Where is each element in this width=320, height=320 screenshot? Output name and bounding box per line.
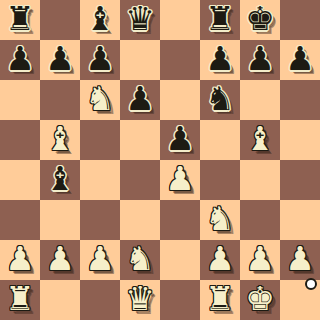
square-b2[interactable]: ♟ (40, 240, 80, 280)
square-b4[interactable]: ♝ (40, 160, 80, 200)
black-pawn-piece[interactable]: ♟ (205, 39, 235, 79)
square-e3[interactable] (160, 200, 200, 240)
square-c6[interactable]: ♞ (80, 80, 120, 120)
square-f3[interactable]: ♞ (200, 200, 240, 240)
square-f7[interactable]: ♟ (200, 40, 240, 80)
square-a2[interactable]: ♟ (0, 240, 40, 280)
white-bishop-piece[interactable]: ♝ (45, 119, 75, 159)
square-d4[interactable] (120, 160, 160, 200)
black-king-piece[interactable]: ♚ (245, 0, 275, 39)
square-g2[interactable]: ♟ (240, 240, 280, 280)
square-c5[interactable] (80, 120, 120, 160)
white-rook-piece[interactable]: ♜ (205, 279, 235, 319)
square-b5[interactable]: ♝ (40, 120, 80, 160)
white-rook-piece[interactable]: ♜ (5, 279, 35, 319)
white-king-piece[interactable]: ♚ (245, 279, 275, 319)
square-f6[interactable]: ♞ (200, 80, 240, 120)
square-g7[interactable]: ♟ (240, 40, 280, 80)
square-f1[interactable]: ♜ (200, 280, 240, 320)
square-d2[interactable]: ♞ (120, 240, 160, 280)
square-g3[interactable] (240, 200, 280, 240)
white-pawn-piece[interactable]: ♟ (5, 239, 35, 279)
white-knight-piece[interactable]: ♞ (205, 199, 235, 239)
black-bishop-piece[interactable]: ♝ (85, 0, 115, 39)
square-e8[interactable] (160, 0, 200, 40)
square-d3[interactable] (120, 200, 160, 240)
white-knight-piece[interactable]: ♞ (125, 239, 155, 279)
square-b6[interactable] (40, 80, 80, 120)
square-c3[interactable] (80, 200, 120, 240)
black-knight-piece[interactable]: ♞ (205, 79, 235, 119)
square-b8[interactable] (40, 0, 80, 40)
square-f5[interactable] (200, 120, 240, 160)
square-g8[interactable]: ♚ (240, 0, 280, 40)
square-g4[interactable] (240, 160, 280, 200)
square-d6[interactable]: ♟ (120, 80, 160, 120)
square-g6[interactable] (240, 80, 280, 120)
square-h4[interactable] (280, 160, 320, 200)
white-pawn-piece[interactable]: ♟ (45, 239, 75, 279)
square-a5[interactable] (0, 120, 40, 160)
square-f4[interactable] (200, 160, 240, 200)
square-b1[interactable] (40, 280, 80, 320)
black-pawn-piece[interactable]: ♟ (45, 39, 75, 79)
black-pawn-piece[interactable]: ♟ (5, 39, 35, 79)
white-pawn-piece[interactable]: ♟ (205, 239, 235, 279)
square-h2[interactable]: ♟ (280, 240, 320, 280)
square-c1[interactable] (80, 280, 120, 320)
black-queen-piece[interactable]: ♛ (125, 0, 155, 39)
black-pawn-piece[interactable]: ♟ (285, 39, 315, 79)
chess-app: ♜♝♛♜♚♟♟♟♟♟♟♞♟♞♝♟♝♝♟♞♟♟♟♞♟♟♟♜♛♜♚ (0, 0, 320, 320)
white-pawn-piece[interactable]: ♟ (165, 159, 195, 199)
square-g1[interactable]: ♚ (240, 280, 280, 320)
black-pawn-piece[interactable]: ♟ (85, 39, 115, 79)
square-e1[interactable] (160, 280, 200, 320)
side-to-move-indicator (305, 278, 317, 290)
square-a6[interactable] (0, 80, 40, 120)
square-a8[interactable]: ♜ (0, 0, 40, 40)
chess-board: ♜♝♛♜♚♟♟♟♟♟♟♞♟♞♝♟♝♝♟♞♟♟♟♞♟♟♟♜♛♜♚ (0, 0, 320, 320)
square-b3[interactable] (40, 200, 80, 240)
black-pawn-piece[interactable]: ♟ (125, 79, 155, 119)
square-f2[interactable]: ♟ (200, 240, 240, 280)
black-rook-piece[interactable]: ♜ (205, 0, 235, 39)
square-g5[interactable]: ♝ (240, 120, 280, 160)
white-knight-piece[interactable]: ♞ (85, 79, 115, 119)
white-pawn-piece[interactable]: ♟ (85, 239, 115, 279)
black-pawn-piece[interactable]: ♟ (165, 119, 195, 159)
white-queen-piece[interactable]: ♛ (125, 279, 155, 319)
square-a1[interactable]: ♜ (0, 280, 40, 320)
square-h3[interactable] (280, 200, 320, 240)
square-d1[interactable]: ♛ (120, 280, 160, 320)
square-e2[interactable] (160, 240, 200, 280)
white-pawn-piece[interactable]: ♟ (245, 239, 275, 279)
square-e7[interactable] (160, 40, 200, 80)
square-h7[interactable]: ♟ (280, 40, 320, 80)
square-b7[interactable]: ♟ (40, 40, 80, 80)
white-bishop-piece[interactable]: ♝ (245, 119, 275, 159)
square-f8[interactable]: ♜ (200, 0, 240, 40)
white-pawn-piece[interactable]: ♟ (285, 239, 315, 279)
square-d7[interactable] (120, 40, 160, 80)
square-c8[interactable]: ♝ (80, 0, 120, 40)
square-c7[interactable]: ♟ (80, 40, 120, 80)
square-e5[interactable]: ♟ (160, 120, 200, 160)
square-d8[interactable]: ♛ (120, 0, 160, 40)
square-e6[interactable] (160, 80, 200, 120)
square-h5[interactable] (280, 120, 320, 160)
square-d5[interactable] (120, 120, 160, 160)
square-a7[interactable]: ♟ (0, 40, 40, 80)
square-c4[interactable] (80, 160, 120, 200)
square-e4[interactable]: ♟ (160, 160, 200, 200)
black-bishop-piece[interactable]: ♝ (45, 159, 75, 199)
black-rook-piece[interactable]: ♜ (5, 0, 35, 39)
square-c2[interactable]: ♟ (80, 240, 120, 280)
square-a4[interactable] (0, 160, 40, 200)
square-h6[interactable] (280, 80, 320, 120)
square-a3[interactable] (0, 200, 40, 240)
black-pawn-piece[interactable]: ♟ (245, 39, 275, 79)
square-h8[interactable] (280, 0, 320, 40)
